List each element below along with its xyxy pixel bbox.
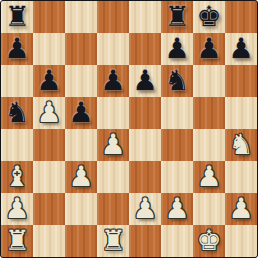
square-g3[interactable]: ♟ xyxy=(193,161,225,193)
square-g5[interactable] xyxy=(193,97,225,129)
square-d8[interactable] xyxy=(97,1,129,33)
square-e6[interactable]: ♟ xyxy=(129,65,161,97)
square-b6[interactable]: ♟ xyxy=(33,65,65,97)
square-d6[interactable]: ♟ xyxy=(97,65,129,97)
square-g7[interactable]: ♟ xyxy=(193,33,225,65)
piece-black-pawn: ♟ xyxy=(68,97,93,129)
square-f6[interactable]: ♞ xyxy=(161,65,193,97)
square-a8[interactable]: ♜ xyxy=(1,1,33,33)
square-b1[interactable] xyxy=(33,225,65,257)
piece-white-pawn: ♟ xyxy=(228,193,253,225)
square-c7[interactable] xyxy=(65,33,97,65)
piece-white-bishop: ♝ xyxy=(4,161,29,193)
square-g2[interactable] xyxy=(193,193,225,225)
square-a1[interactable]: ♜ xyxy=(1,225,33,257)
square-f7[interactable]: ♟ xyxy=(161,33,193,65)
piece-black-pawn: ♟ xyxy=(164,33,189,65)
piece-white-pawn: ♟ xyxy=(68,161,93,193)
square-a3[interactable]: ♝ xyxy=(1,161,33,193)
piece-black-pawn: ♟ xyxy=(100,65,125,97)
square-g1[interactable]: ♚ xyxy=(193,225,225,257)
piece-black-knight: ♞ xyxy=(4,97,29,129)
piece-white-pawn: ♟ xyxy=(132,193,157,225)
square-c1[interactable] xyxy=(65,225,97,257)
square-f8[interactable]: ♜ xyxy=(161,1,193,33)
square-e2[interactable]: ♟ xyxy=(129,193,161,225)
piece-black-pawn: ♟ xyxy=(36,65,61,97)
piece-black-rook: ♜ xyxy=(164,1,189,33)
square-a4[interactable] xyxy=(1,129,33,161)
square-b2[interactable] xyxy=(33,193,65,225)
piece-white-pawn: ♟ xyxy=(4,193,29,225)
square-c3[interactable]: ♟ xyxy=(65,161,97,193)
piece-black-knight: ♞ xyxy=(164,65,189,97)
square-h3[interactable] xyxy=(225,161,257,193)
square-c5[interactable]: ♟ xyxy=(65,97,97,129)
square-d4[interactable]: ♟ xyxy=(97,129,129,161)
square-f2[interactable]: ♟ xyxy=(161,193,193,225)
square-g6[interactable] xyxy=(193,65,225,97)
square-h8[interactable] xyxy=(225,1,257,33)
square-b7[interactable] xyxy=(33,33,65,65)
chess-board: ♜♜♚♟♟♟♟♟♟♟♞♞♟♟♟♞♝♟♟♟♟♟♟♜♜♚ xyxy=(1,1,257,257)
square-g4[interactable] xyxy=(193,129,225,161)
square-c4[interactable] xyxy=(65,129,97,161)
piece-black-king: ♚ xyxy=(196,1,221,33)
square-h5[interactable] xyxy=(225,97,257,129)
square-f3[interactable] xyxy=(161,161,193,193)
piece-black-pawn: ♟ xyxy=(228,33,253,65)
square-e1[interactable] xyxy=(129,225,161,257)
square-d2[interactable] xyxy=(97,193,129,225)
square-e8[interactable] xyxy=(129,1,161,33)
square-c2[interactable] xyxy=(65,193,97,225)
square-a7[interactable]: ♟ xyxy=(1,33,33,65)
square-e7[interactable] xyxy=(129,33,161,65)
square-d5[interactable] xyxy=(97,97,129,129)
square-g8[interactable]: ♚ xyxy=(193,1,225,33)
square-e5[interactable] xyxy=(129,97,161,129)
piece-black-pawn: ♟ xyxy=(196,33,221,65)
square-d3[interactable] xyxy=(97,161,129,193)
square-h1[interactable] xyxy=(225,225,257,257)
piece-white-pawn: ♟ xyxy=(36,97,61,129)
piece-black-pawn: ♟ xyxy=(132,65,157,97)
square-b5[interactable]: ♟ xyxy=(33,97,65,129)
square-h4[interactable]: ♞ xyxy=(225,129,257,161)
piece-white-knight: ♞ xyxy=(228,129,253,161)
square-h2[interactable]: ♟ xyxy=(225,193,257,225)
board-frame: ♜♜♚♟♟♟♟♟♟♟♞♞♟♟♟♞♝♟♟♟♟♟♟♜♜♚ xyxy=(0,0,258,258)
piece-white-rook: ♜ xyxy=(100,225,125,257)
square-e3[interactable] xyxy=(129,161,161,193)
piece-white-pawn: ♟ xyxy=(100,129,125,161)
square-h6[interactable] xyxy=(225,65,257,97)
piece-white-pawn: ♟ xyxy=(164,193,189,225)
square-b4[interactable] xyxy=(33,129,65,161)
piece-black-rook: ♜ xyxy=(4,1,29,33)
square-d7[interactable] xyxy=(97,33,129,65)
square-h7[interactable]: ♟ xyxy=(225,33,257,65)
square-c8[interactable] xyxy=(65,1,97,33)
square-e4[interactable] xyxy=(129,129,161,161)
square-c6[interactable] xyxy=(65,65,97,97)
piece-white-king: ♚ xyxy=(196,225,221,257)
square-a6[interactable] xyxy=(1,65,33,97)
square-f5[interactable] xyxy=(161,97,193,129)
square-b3[interactable] xyxy=(33,161,65,193)
square-a5[interactable]: ♞ xyxy=(1,97,33,129)
square-a2[interactable]: ♟ xyxy=(1,193,33,225)
piece-white-rook: ♜ xyxy=(4,225,29,257)
square-b8[interactable] xyxy=(33,1,65,33)
square-d1[interactable]: ♜ xyxy=(97,225,129,257)
piece-black-pawn: ♟ xyxy=(4,33,29,65)
square-f1[interactable] xyxy=(161,225,193,257)
square-f4[interactable] xyxy=(161,129,193,161)
piece-white-pawn: ♟ xyxy=(196,161,221,193)
